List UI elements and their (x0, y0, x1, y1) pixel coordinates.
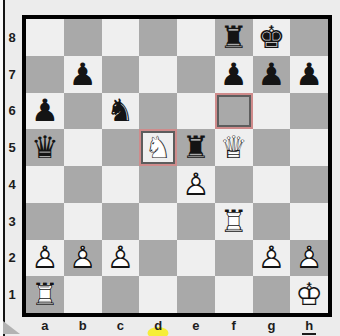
file-labels: abcdefgh (26, 318, 328, 336)
piece-white-queen-f5[interactable]: ♕ (220, 132, 248, 163)
file-label-a: a (26, 318, 64, 336)
square-h1[interactable]: ♔ (290, 276, 328, 313)
piece-white-rook-f3[interactable]: ♖ (220, 206, 248, 237)
piece-black-queen-a5[interactable]: ♛ (31, 132, 59, 163)
file-label-text-c: c (114, 318, 127, 333)
file-label-text-e: e (189, 318, 202, 333)
square-d2[interactable] (139, 240, 177, 277)
square-h8[interactable] (290, 19, 328, 56)
square-f5[interactable]: ♕ (215, 129, 253, 166)
square-g4[interactable] (253, 166, 291, 203)
piece-black-knight-c6[interactable]: ♞ (106, 95, 134, 126)
rank-label-5: 5 (4, 129, 20, 166)
square-e1[interactable] (177, 276, 215, 313)
square-h2[interactable]: ♙ (290, 240, 328, 277)
square-a6[interactable]: ♟ (26, 93, 64, 130)
square-a1[interactable]: ♖ (26, 276, 64, 313)
file-label-g: g (253, 318, 291, 336)
square-b4[interactable] (64, 166, 102, 203)
square-b8[interactable] (64, 19, 102, 56)
square-f3[interactable]: ♖ (215, 203, 253, 240)
rank-label-1: 1 (4, 276, 20, 313)
file-label-d: d (139, 318, 177, 336)
piece-black-pawn-f7[interactable]: ♟ (220, 59, 248, 90)
square-h5[interactable] (290, 129, 328, 166)
chess-app-window: { "game": "chess", "position": { "fen": … (0, 0, 340, 336)
square-a7[interactable] (26, 56, 64, 93)
rank-label-8: 8 (4, 19, 20, 56)
piece-white-pawn-c2[interactable]: ♙ (106, 242, 134, 273)
square-e6[interactable] (177, 93, 215, 130)
piece-white-rook-a1[interactable]: ♖ (31, 279, 59, 310)
square-f6[interactable] (215, 93, 253, 130)
square-a2[interactable]: ♙ (26, 240, 64, 277)
square-e2[interactable] (177, 240, 215, 277)
square-a8[interactable] (26, 19, 64, 56)
corner-grip-triangle-icon (3, 321, 20, 334)
square-g2[interactable]: ♙ (253, 240, 291, 277)
square-f1[interactable] (215, 276, 253, 313)
square-g6[interactable] (253, 93, 291, 130)
square-b5[interactable] (64, 129, 102, 166)
file-label-text-g: g (264, 318, 278, 333)
piece-white-pawn-a2[interactable]: ♙ (31, 242, 59, 273)
square-e4[interactable]: ♙ (177, 166, 215, 203)
square-h3[interactable] (290, 203, 328, 240)
file-label-b: b (64, 318, 102, 336)
square-d5[interactable]: ♘ (139, 129, 177, 166)
rank-label-2: 2 (4, 240, 20, 277)
rank-label-3: 3 (4, 203, 20, 240)
square-f2[interactable] (215, 240, 253, 277)
rank-labels: 87654321 (4, 19, 20, 313)
square-c3[interactable] (102, 203, 140, 240)
square-f7[interactable]: ♟ (215, 56, 253, 93)
square-h7[interactable]: ♟ (290, 56, 328, 93)
square-c5[interactable] (102, 129, 140, 166)
square-a3[interactable] (26, 203, 64, 240)
square-b2[interactable]: ♙ (64, 240, 102, 277)
square-g7[interactable]: ♟ (253, 56, 291, 93)
file-label-h: h (290, 318, 328, 336)
square-d6[interactable] (139, 93, 177, 130)
piece-black-rook-f8[interactable]: ♜ (220, 22, 248, 53)
square-g5[interactable] (253, 129, 291, 166)
rank-label-4: 4 (4, 166, 20, 203)
square-c7[interactable] (102, 56, 140, 93)
piece-black-rook-e5[interactable]: ♜ (182, 132, 210, 163)
square-a5[interactable]: ♛ (26, 129, 64, 166)
file-label-c: c (102, 318, 140, 336)
piece-white-pawn-h2[interactable]: ♙ (295, 242, 323, 273)
square-d3[interactable] (139, 203, 177, 240)
chess-board: ♜♚♟♟♟♟♟♞♛♘♜♕♙♖♙♙♙♙♙♖♔ (22, 15, 332, 317)
square-g8[interactable]: ♚ (253, 19, 291, 56)
square-f4[interactable] (215, 166, 253, 203)
square-b7[interactable]: ♟ (64, 56, 102, 93)
file-label-text-f: f (228, 318, 238, 333)
square-g3[interactable] (253, 203, 291, 240)
square-a4[interactable] (26, 166, 64, 203)
piece-white-pawn-g2[interactable]: ♙ (257, 242, 285, 273)
file-label-text-a: a (38, 318, 51, 333)
file-label-f: f (215, 318, 253, 336)
square-d7[interactable] (139, 56, 177, 93)
square-f8[interactable]: ♜ (215, 19, 253, 56)
file-label-e: e (177, 318, 215, 336)
square-g1[interactable] (253, 276, 291, 313)
piece-white-king-h1[interactable]: ♔ (295, 279, 323, 310)
square-c6[interactable]: ♞ (102, 93, 140, 130)
square-c4[interactable] (102, 166, 140, 203)
square-d1[interactable] (139, 276, 177, 313)
rank-label-7: 7 (4, 56, 20, 93)
piece-black-pawn-h7[interactable]: ♟ (295, 59, 323, 90)
square-e5[interactable]: ♜ (177, 129, 215, 166)
piece-black-king-g8[interactable]: ♚ (257, 22, 285, 53)
file-label-text-h: h (302, 318, 316, 335)
square-e8[interactable] (177, 19, 215, 56)
square-c8[interactable] (102, 19, 140, 56)
chess-board-grid: ♜♚♟♟♟♟♟♞♛♘♜♕♙♖♙♙♙♙♙♖♔ (26, 19, 328, 313)
square-b3[interactable] (64, 203, 102, 240)
piece-white-pawn-e4[interactable]: ♙ (182, 169, 210, 200)
square-d4[interactable] (139, 166, 177, 203)
square-h6[interactable] (290, 93, 328, 130)
file-label-text-b: b (76, 318, 90, 333)
square-e7[interactable] (177, 56, 215, 93)
square-b6[interactable] (64, 93, 102, 130)
piece-black-pawn-g7[interactable]: ♟ (257, 59, 285, 90)
piece-white-pawn-b2[interactable]: ♙ (69, 242, 97, 273)
file-label-text-d: d (151, 318, 165, 333)
rank-label-6: 6 (4, 93, 20, 130)
square-e3[interactable] (177, 203, 215, 240)
piece-black-pawn-a6[interactable]: ♟ (31, 95, 59, 126)
square-c1[interactable] (102, 276, 140, 313)
square-h4[interactable] (290, 166, 328, 203)
square-b1[interactable] (64, 276, 102, 313)
square-d8[interactable] (139, 19, 177, 56)
square-c2[interactable]: ♙ (102, 240, 140, 277)
piece-white-knight-d5[interactable]: ♘ (144, 132, 172, 163)
piece-black-pawn-b7[interactable]: ♟ (69, 59, 97, 90)
